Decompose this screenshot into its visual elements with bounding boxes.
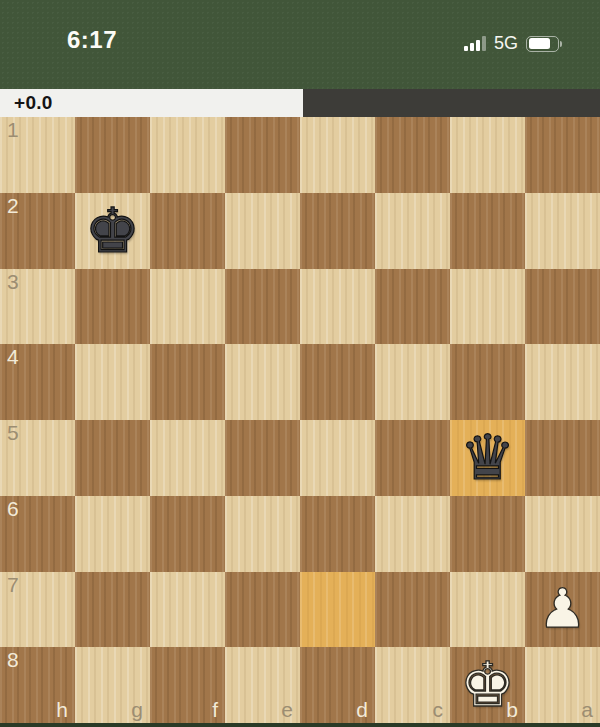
rank-label-7: 7 xyxy=(7,573,19,597)
file-label-h: h xyxy=(56,699,68,721)
square-a4[interactable] xyxy=(525,344,600,420)
file-label-d: d xyxy=(356,699,368,721)
square-d5[interactable] xyxy=(300,420,375,496)
square-b2[interactable] xyxy=(450,193,525,269)
status-right-cluster: 5G xyxy=(464,33,562,54)
square-f6[interactable] xyxy=(150,496,225,572)
square-d1[interactable] xyxy=(300,117,375,193)
square-g2[interactable]: ♚ xyxy=(75,193,150,269)
square-h5[interactable]: 5 xyxy=(0,420,75,496)
square-a8[interactable]: a xyxy=(525,647,600,723)
square-e5[interactable] xyxy=(225,420,300,496)
square-c7[interactable] xyxy=(375,572,450,648)
square-d2[interactable] xyxy=(300,193,375,269)
evaluation-white-fill: +0.0 xyxy=(0,89,303,117)
square-e7[interactable] xyxy=(225,572,300,648)
square-g4[interactable] xyxy=(75,344,150,420)
square-c2[interactable] xyxy=(375,193,450,269)
square-b1[interactable] xyxy=(450,117,525,193)
square-g3[interactable] xyxy=(75,269,150,345)
square-g5[interactable] xyxy=(75,420,150,496)
square-f7[interactable] xyxy=(150,572,225,648)
evaluation-bar: +0.0 xyxy=(0,89,600,117)
square-d7[interactable] xyxy=(300,572,375,648)
rank-label-3: 3 xyxy=(7,270,19,294)
chess-app-screen: 6:17 5G +0.0 12♚345♛67♟8hgfedcb♚a xyxy=(0,0,600,727)
square-b8[interactable]: b♚ xyxy=(450,647,525,723)
square-c6[interactable] xyxy=(375,496,450,572)
square-c3[interactable] xyxy=(375,269,450,345)
file-label-c: c xyxy=(433,699,444,721)
square-d3[interactable] xyxy=(300,269,375,345)
black-king[interactable]: ♚ xyxy=(85,200,141,262)
file-label-e: e xyxy=(281,699,293,721)
bottom-divider xyxy=(0,723,600,727)
file-label-g: g xyxy=(131,699,143,721)
square-f3[interactable] xyxy=(150,269,225,345)
square-b6[interactable] xyxy=(450,496,525,572)
black-queen[interactable]: ♛ xyxy=(460,427,516,489)
rank-label-5: 5 xyxy=(7,421,19,445)
square-a3[interactable] xyxy=(525,269,600,345)
square-h6[interactable]: 6 xyxy=(0,496,75,572)
square-e6[interactable] xyxy=(225,496,300,572)
chess-board: 12♚345♛67♟8hgfedcb♚a xyxy=(0,117,600,723)
square-a6[interactable] xyxy=(525,496,600,572)
status-bar: 6:17 5G xyxy=(0,0,600,89)
square-d8[interactable]: d xyxy=(300,647,375,723)
rank-label-6: 6 xyxy=(7,497,19,521)
square-g8[interactable]: g xyxy=(75,647,150,723)
square-c5[interactable] xyxy=(375,420,450,496)
square-f2[interactable] xyxy=(150,193,225,269)
battery-icon xyxy=(526,36,562,52)
square-e3[interactable] xyxy=(225,269,300,345)
file-label-f: f xyxy=(212,699,218,721)
square-a1[interactable] xyxy=(525,117,600,193)
square-g1[interactable] xyxy=(75,117,150,193)
square-h1[interactable]: 1 xyxy=(0,117,75,193)
square-f8[interactable]: f xyxy=(150,647,225,723)
square-g7[interactable] xyxy=(75,572,150,648)
status-time: 6:17 xyxy=(52,26,132,54)
rank-label-4: 4 xyxy=(7,345,19,369)
white-pawn[interactable]: ♟ xyxy=(538,582,586,636)
cellular-signal-icon xyxy=(464,36,486,51)
square-a7[interactable]: ♟ xyxy=(525,572,600,648)
square-h3[interactable]: 3 xyxy=(0,269,75,345)
square-e2[interactable] xyxy=(225,193,300,269)
square-a5[interactable] xyxy=(525,420,600,496)
square-b5[interactable]: ♛ xyxy=(450,420,525,496)
square-b3[interactable] xyxy=(450,269,525,345)
square-d6[interactable] xyxy=(300,496,375,572)
square-e1[interactable] xyxy=(225,117,300,193)
rank-label-1: 1 xyxy=(7,118,19,142)
white-king[interactable]: ♚ xyxy=(460,654,516,716)
evaluation-score: +0.0 xyxy=(0,92,53,114)
square-b7[interactable] xyxy=(450,572,525,648)
square-c8[interactable]: c xyxy=(375,647,450,723)
square-d4[interactable] xyxy=(300,344,375,420)
square-e8[interactable]: e xyxy=(225,647,300,723)
square-h7[interactable]: 7 xyxy=(0,572,75,648)
square-b4[interactable] xyxy=(450,344,525,420)
network-label: 5G xyxy=(494,33,518,54)
square-f5[interactable] xyxy=(150,420,225,496)
rank-label-2: 2 xyxy=(7,194,19,218)
file-label-a: a xyxy=(581,699,593,721)
square-h8[interactable]: 8h xyxy=(0,647,75,723)
rank-label-8: 8 xyxy=(7,648,19,672)
square-c4[interactable] xyxy=(375,344,450,420)
square-f4[interactable] xyxy=(150,344,225,420)
square-h4[interactable]: 4 xyxy=(0,344,75,420)
square-c1[interactable] xyxy=(375,117,450,193)
square-g6[interactable] xyxy=(75,496,150,572)
square-f1[interactable] xyxy=(150,117,225,193)
square-h2[interactable]: 2 xyxy=(0,193,75,269)
square-e4[interactable] xyxy=(225,344,300,420)
square-a2[interactable] xyxy=(525,193,600,269)
